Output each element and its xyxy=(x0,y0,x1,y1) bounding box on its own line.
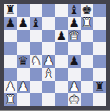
square-b3[interactable] xyxy=(17,68,30,81)
square-b5[interactable] xyxy=(17,42,30,55)
square-d8[interactable] xyxy=(42,4,55,17)
square-b1[interactable] xyxy=(17,93,30,106)
square-e6[interactable]: ♟ xyxy=(55,30,68,43)
black-pawn: ♟ xyxy=(69,55,80,67)
square-c7[interactable]: ♝ xyxy=(30,17,43,30)
square-f8[interactable]: ♝ xyxy=(68,4,81,17)
square-g2[interactable] xyxy=(81,81,94,94)
square-c1[interactable] xyxy=(30,93,43,106)
square-c5[interactable] xyxy=(30,42,43,55)
square-h1[interactable] xyxy=(93,93,106,106)
square-h3[interactable] xyxy=(93,68,106,81)
black-rook: ♜ xyxy=(94,81,105,93)
square-d7[interactable] xyxy=(42,17,55,30)
square-g4[interactable] xyxy=(81,55,94,68)
square-f3[interactable] xyxy=(68,68,81,81)
square-f1[interactable]: ♚ xyxy=(68,93,81,106)
square-e1[interactable] xyxy=(55,93,68,106)
square-b6[interactable] xyxy=(17,30,30,43)
square-h5[interactable] xyxy=(93,42,106,55)
square-a6[interactable] xyxy=(4,30,17,43)
white-pawn: ♟ xyxy=(43,55,54,67)
square-f2[interactable]: ♟ xyxy=(68,81,81,94)
square-c8[interactable] xyxy=(30,4,43,17)
white-king: ♚ xyxy=(69,93,80,105)
square-e8[interactable] xyxy=(55,4,68,17)
square-e5[interactable] xyxy=(55,42,68,55)
chess-board-frame: ♜♝♚♟♟♝♟♜♟♛♛♞♟♟♝♟♟♟♜♜♚ xyxy=(0,0,110,111)
chess-board: ♜♝♚♟♟♝♟♜♟♛♛♞♟♟♝♟♟♟♜♜♚ xyxy=(4,4,106,106)
square-b8[interactable] xyxy=(17,4,30,17)
white-pawn: ♟ xyxy=(5,81,16,93)
square-f4[interactable]: ♟ xyxy=(68,55,81,68)
square-g7[interactable]: ♜ xyxy=(81,17,94,30)
square-a7[interactable]: ♟ xyxy=(4,17,17,30)
square-d1[interactable] xyxy=(42,93,55,106)
white-pawn: ♟ xyxy=(18,81,29,93)
square-f7[interactable]: ♟ xyxy=(68,17,81,30)
black-rook: ♜ xyxy=(5,4,16,16)
square-f6[interactable]: ♛ xyxy=(68,30,81,43)
square-e7[interactable] xyxy=(55,17,68,30)
black-pawn: ♟ xyxy=(5,17,16,29)
square-d6[interactable] xyxy=(42,30,55,43)
square-b2[interactable]: ♟ xyxy=(17,81,30,94)
square-g5[interactable] xyxy=(81,42,94,55)
black-pawn: ♟ xyxy=(69,17,80,29)
square-b7[interactable]: ♟ xyxy=(17,17,30,30)
black-pawn: ♟ xyxy=(56,30,67,42)
black-king: ♚ xyxy=(81,4,92,16)
square-a2[interactable]: ♟ xyxy=(4,81,17,94)
square-c3[interactable] xyxy=(30,68,43,81)
black-queen: ♛ xyxy=(18,55,29,67)
white-bishop: ♝ xyxy=(43,68,54,80)
square-h2[interactable]: ♜ xyxy=(93,81,106,94)
square-g6[interactable] xyxy=(81,30,94,43)
white-rook: ♜ xyxy=(81,17,92,29)
square-h8[interactable] xyxy=(93,4,106,17)
square-a8[interactable]: ♜ xyxy=(4,4,17,17)
black-bishop: ♝ xyxy=(69,4,80,16)
square-a5[interactable] xyxy=(4,42,17,55)
square-e2[interactable] xyxy=(55,81,68,94)
square-d2[interactable] xyxy=(42,81,55,94)
square-c4[interactable]: ♞ xyxy=(30,55,43,68)
square-d3[interactable]: ♝ xyxy=(42,68,55,81)
square-a1[interactable]: ♜ xyxy=(4,93,17,106)
square-h7[interactable] xyxy=(93,17,106,30)
white-knight: ♞ xyxy=(30,55,41,67)
square-h6[interactable] xyxy=(93,30,106,43)
square-c2[interactable] xyxy=(30,81,43,94)
square-d5[interactable] xyxy=(42,42,55,55)
square-b4[interactable]: ♛ xyxy=(17,55,30,68)
square-g3[interactable] xyxy=(81,68,94,81)
black-bishop: ♝ xyxy=(30,17,41,29)
square-f5[interactable] xyxy=(68,42,81,55)
square-e4[interactable] xyxy=(55,55,68,68)
white-rook: ♜ xyxy=(5,93,16,105)
square-e3[interactable] xyxy=(55,68,68,81)
white-pawn: ♟ xyxy=(69,81,80,93)
square-a3[interactable] xyxy=(4,68,17,81)
black-pawn: ♟ xyxy=(18,17,29,29)
square-g8[interactable]: ♚ xyxy=(81,4,94,17)
square-a4[interactable] xyxy=(4,55,17,68)
square-h4[interactable] xyxy=(93,55,106,68)
square-g1[interactable] xyxy=(81,93,94,106)
white-queen: ♛ xyxy=(69,30,80,42)
square-d4[interactable]: ♟ xyxy=(42,55,55,68)
square-c6[interactable] xyxy=(30,30,43,43)
